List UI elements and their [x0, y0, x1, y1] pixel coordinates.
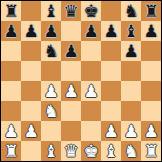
white-pawn[interactable]: ♟ — [3, 121, 18, 141]
white-bishop[interactable]: ♝ — [103, 141, 118, 161]
black-pawn[interactable]: ♟ — [3, 21, 18, 41]
square-b3[interactable] — [21, 101, 41, 121]
square-h7[interactable]: ♟ — [141, 21, 161, 41]
white-king[interactable]: ♚ — [83, 141, 98, 161]
white-pawn[interactable]: ♟ — [103, 121, 118, 141]
square-b2[interactable]: ♟ — [21, 121, 41, 141]
white-rook[interactable]: ♜ — [143, 141, 158, 161]
square-c1[interactable]: ♝ — [41, 141, 61, 161]
square-g1[interactable]: ♞ — [121, 141, 141, 161]
square-g6[interactable]: ♟ — [121, 41, 141, 61]
white-bishop[interactable]: ♝ — [43, 141, 58, 161]
square-a4[interactable] — [1, 81, 21, 101]
square-d1[interactable]: ♛ — [61, 141, 81, 161]
square-a5[interactable] — [1, 61, 21, 81]
black-knight[interactable]: ♞ — [43, 41, 58, 61]
square-c7[interactable]: ♟ — [41, 21, 61, 41]
square-g8[interactable]: ♞ — [121, 1, 141, 21]
white-pawn[interactable]: ♟ — [143, 121, 158, 141]
square-b6[interactable] — [21, 41, 41, 61]
square-c3[interactable]: ♞ — [41, 101, 61, 121]
black-queen[interactable]: ♛ — [63, 1, 78, 21]
square-b7[interactable]: ♟ — [21, 21, 41, 41]
square-g2[interactable]: ♟ — [121, 121, 141, 141]
square-e2[interactable] — [81, 121, 101, 141]
square-e4[interactable]: ♟ — [81, 81, 101, 101]
square-f5[interactable] — [101, 61, 121, 81]
black-pawn[interactable]: ♟ — [23, 21, 38, 41]
square-h4[interactable] — [141, 81, 161, 101]
square-h3[interactable] — [141, 101, 161, 121]
black-pawn[interactable]: ♟ — [103, 21, 118, 41]
square-c6[interactable]: ♞ — [41, 41, 61, 61]
square-a7[interactable]: ♟ — [1, 21, 21, 41]
black-king[interactable]: ♚ — [83, 1, 98, 21]
square-b5[interactable] — [21, 61, 41, 81]
square-h6[interactable] — [141, 41, 161, 61]
black-bishop[interactable]: ♝ — [43, 1, 58, 21]
square-c8[interactable]: ♝ — [41, 1, 61, 21]
white-pawn[interactable]: ♟ — [123, 121, 138, 141]
square-f7[interactable]: ♟ — [101, 21, 121, 41]
square-f6[interactable] — [101, 41, 121, 61]
square-a6[interactable] — [1, 41, 21, 61]
square-a8[interactable]: ♜ — [1, 1, 21, 21]
square-h2[interactable]: ♟ — [141, 121, 161, 141]
square-a3[interactable] — [1, 101, 21, 121]
black-pawn[interactable]: ♟ — [123, 41, 138, 61]
black-pawn[interactable]: ♟ — [63, 41, 78, 61]
square-a2[interactable]: ♟ — [1, 121, 21, 141]
square-a1[interactable]: ♜ — [1, 141, 21, 161]
white-queen[interactable]: ♛ — [63, 141, 78, 161]
square-e1[interactable]: ♚ — [81, 141, 101, 161]
square-c4[interactable]: ♟ — [41, 81, 61, 101]
black-pawn[interactable]: ♟ — [43, 21, 58, 41]
square-d8[interactable]: ♛ — [61, 1, 81, 21]
square-f3[interactable] — [101, 101, 121, 121]
square-e8[interactable]: ♚ — [81, 1, 101, 21]
square-f1[interactable]: ♝ — [101, 141, 121, 161]
square-d2[interactable] — [61, 121, 81, 141]
square-e5[interactable] — [81, 61, 101, 81]
square-d4[interactable]: ♟ — [61, 81, 81, 101]
white-rook[interactable]: ♜ — [3, 141, 18, 161]
square-f2[interactable]: ♟ — [101, 121, 121, 141]
square-g3[interactable] — [121, 101, 141, 121]
black-rook[interactable]: ♜ — [3, 1, 18, 21]
white-pawn[interactable]: ♟ — [83, 81, 98, 101]
square-h8[interactable]: ♜ — [141, 1, 161, 21]
black-pawn[interactable]: ♟ — [143, 21, 158, 41]
black-bishop[interactable]: ♝ — [123, 21, 138, 41]
square-f8[interactable] — [101, 1, 121, 21]
square-e7[interactable]: ♟ — [81, 21, 101, 41]
black-rook[interactable]: ♜ — [143, 1, 158, 21]
square-e3[interactable] — [81, 101, 101, 121]
square-h1[interactable]: ♜ — [141, 141, 161, 161]
square-g7[interactable]: ♝ — [121, 21, 141, 41]
square-c2[interactable] — [41, 121, 61, 141]
square-d5[interactable] — [61, 61, 81, 81]
square-h5[interactable] — [141, 61, 161, 81]
square-g4[interactable] — [121, 81, 141, 101]
square-g5[interactable] — [121, 61, 141, 81]
white-pawn[interactable]: ♟ — [63, 81, 78, 101]
white-pawn[interactable]: ♟ — [23, 121, 38, 141]
square-d3[interactable] — [61, 101, 81, 121]
square-b1[interactable] — [21, 141, 41, 161]
square-d7[interactable] — [61, 21, 81, 41]
white-knight[interactable]: ♞ — [123, 141, 138, 161]
square-e6[interactable] — [81, 41, 101, 61]
black-knight[interactable]: ♞ — [123, 1, 138, 21]
square-b8[interactable] — [21, 1, 41, 21]
chess-board: ♜♝♛♚♞♜♟♟♟♟♟♝♟♞♟♟♟♟♟♞♟♟♟♟♟♜♝♛♚♝♞♜ — [0, 0, 162, 162]
square-c5[interactable] — [41, 61, 61, 81]
white-pawn[interactable]: ♟ — [43, 81, 58, 101]
white-knight[interactable]: ♞ — [43, 101, 58, 121]
square-b4[interactable] — [21, 81, 41, 101]
square-d6[interactable]: ♟ — [61, 41, 81, 61]
black-pawn[interactable]: ♟ — [83, 21, 98, 41]
square-f4[interactable] — [101, 81, 121, 101]
